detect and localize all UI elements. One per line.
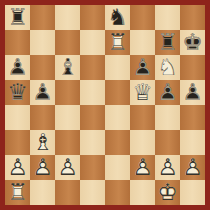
square-d6[interactable]	[80, 55, 105, 80]
square-b2[interactable]: ♟♙	[30, 155, 55, 180]
square-b8[interactable]	[30, 5, 55, 30]
black-pawn[interactable]: ♟♙	[30, 80, 55, 105]
square-c3[interactable]	[55, 130, 80, 155]
black-knight[interactable]: ♞♘	[105, 5, 130, 30]
white-rook[interactable]: ♜♖	[5, 180, 30, 205]
black-rook[interactable]: ♜♖	[5, 5, 30, 30]
square-d2[interactable]	[80, 155, 105, 180]
square-g8[interactable]	[155, 5, 180, 30]
white-pawn-outline: ♙	[30, 155, 55, 180]
black-queen[interactable]: ♛♕	[5, 80, 30, 105]
white-bishop[interactable]: ♝♗	[30, 130, 55, 155]
square-a6[interactable]: ♟♙	[5, 55, 30, 80]
square-h7[interactable]: ♚♔	[180, 30, 205, 55]
white-pawn-outline: ♙	[5, 155, 30, 180]
square-e1[interactable]	[105, 180, 130, 205]
square-b6[interactable]	[30, 55, 55, 80]
square-d4[interactable]	[80, 105, 105, 130]
square-e7[interactable]: ♜♖	[105, 30, 130, 55]
square-c7[interactable]	[55, 30, 80, 55]
square-h5[interactable]: ♟♙	[180, 80, 205, 105]
square-b7[interactable]	[30, 30, 55, 55]
white-pawn-outline: ♙	[180, 155, 205, 180]
white-pawn-outline: ♙	[130, 155, 155, 180]
square-b5[interactable]: ♟♙	[30, 80, 55, 105]
white-rook-outline: ♖	[5, 180, 30, 205]
square-g3[interactable]	[155, 130, 180, 155]
square-a4[interactable]	[5, 105, 30, 130]
black-bishop-outline: ♗	[55, 55, 80, 80]
black-pawn[interactable]: ♟♙	[155, 80, 180, 105]
white-pawn[interactable]: ♟♙	[55, 155, 80, 180]
square-a3[interactable]	[5, 130, 30, 155]
square-h4[interactable]	[180, 105, 205, 130]
black-king-outline: ♔	[180, 30, 205, 55]
square-b1[interactable]	[30, 180, 55, 205]
square-g4[interactable]	[155, 105, 180, 130]
black-pawn-outline: ♙	[5, 55, 30, 80]
square-c6[interactable]: ♝♗	[55, 55, 80, 80]
square-c8[interactable]	[55, 5, 80, 30]
square-c4[interactable]	[55, 105, 80, 130]
square-h6[interactable]	[180, 55, 205, 80]
square-f1[interactable]	[130, 180, 155, 205]
square-g1[interactable]: ♚♔	[155, 180, 180, 205]
square-c1[interactable]	[55, 180, 80, 205]
square-e8[interactable]: ♞♘	[105, 5, 130, 30]
black-rook-outline: ♖	[5, 5, 30, 30]
white-queen[interactable]: ♛♕	[130, 80, 155, 105]
square-c5[interactable]	[55, 80, 80, 105]
black-pawn-outline: ♙	[30, 80, 55, 105]
square-d5[interactable]	[80, 80, 105, 105]
square-f3[interactable]	[130, 130, 155, 155]
square-a1[interactable]: ♜♖	[5, 180, 30, 205]
square-a8[interactable]: ♜♖	[5, 5, 30, 30]
white-pawn[interactable]: ♟♙	[180, 155, 205, 180]
black-pawn[interactable]: ♟♙	[180, 80, 205, 105]
square-a2[interactable]: ♟♙	[5, 155, 30, 180]
white-pawn[interactable]: ♟♙	[30, 155, 55, 180]
black-queen-outline: ♕	[5, 80, 30, 105]
black-pawn[interactable]: ♟♙	[130, 55, 155, 80]
square-f5[interactable]: ♛♕	[130, 80, 155, 105]
chess-board-frame: ♜♖♞♘♜♖♜♖♚♔♟♙♝♗♟♙♞♘♛♕♟♙♛♕♟♙♟♙♝♗♟♙♟♙♟♙♟♙♟♙…	[0, 0, 210, 210]
white-bishop-outline: ♗	[30, 130, 55, 155]
white-pawn[interactable]: ♟♙	[5, 155, 30, 180]
square-e6[interactable]	[105, 55, 130, 80]
black-rook-outline: ♖	[155, 30, 180, 55]
black-bishop[interactable]: ♝♗	[55, 55, 80, 80]
black-knight-outline: ♘	[105, 5, 130, 30]
black-king[interactable]: ♚♔	[180, 30, 205, 55]
white-knight-outline: ♘	[155, 55, 180, 80]
square-g6[interactable]: ♞♘	[155, 55, 180, 80]
black-pawn-outline: ♙	[180, 80, 205, 105]
square-d1[interactable]	[80, 180, 105, 205]
square-d7[interactable]	[80, 30, 105, 55]
white-queen-outline: ♕	[130, 80, 155, 105]
square-c2[interactable]: ♟♙	[55, 155, 80, 180]
square-b3[interactable]: ♝♗	[30, 130, 55, 155]
square-d8[interactable]	[80, 5, 105, 30]
square-g2[interactable]: ♟♙	[155, 155, 180, 180]
black-pawn-outline: ♙	[155, 80, 180, 105]
square-e3[interactable]	[105, 130, 130, 155]
square-e2[interactable]	[105, 155, 130, 180]
square-h8[interactable]	[180, 5, 205, 30]
white-knight[interactable]: ♞♘	[155, 55, 180, 80]
square-e5[interactable]	[105, 80, 130, 105]
square-e4[interactable]	[105, 105, 130, 130]
square-h3[interactable]	[180, 130, 205, 155]
chess-board: ♜♖♞♘♜♖♜♖♚♔♟♙♝♗♟♙♞♘♛♕♟♙♛♕♟♙♟♙♝♗♟♙♟♙♟♙♟♙♟♙…	[5, 5, 205, 205]
square-g5[interactable]: ♟♙	[155, 80, 180, 105]
square-a7[interactable]	[5, 30, 30, 55]
white-rook-outline: ♖	[105, 30, 130, 55]
square-f6[interactable]: ♟♙	[130, 55, 155, 80]
square-f8[interactable]	[130, 5, 155, 30]
square-g7[interactable]: ♜♖	[155, 30, 180, 55]
white-pawn[interactable]: ♟♙	[130, 155, 155, 180]
square-a5[interactable]: ♛♕	[5, 80, 30, 105]
square-f4[interactable]	[130, 105, 155, 130]
square-b4[interactable]	[30, 105, 55, 130]
black-pawn[interactable]: ♟♙	[5, 55, 30, 80]
white-king-outline: ♔	[155, 180, 180, 205]
square-h1[interactable]	[180, 180, 205, 205]
white-pawn-outline: ♙	[55, 155, 80, 180]
white-king[interactable]: ♚♔	[155, 180, 180, 205]
square-h2[interactable]: ♟♙	[180, 155, 205, 180]
square-f2[interactable]: ♟♙	[130, 155, 155, 180]
white-rook[interactable]: ♜♖	[105, 30, 130, 55]
square-f7[interactable]	[130, 30, 155, 55]
white-pawn[interactable]: ♟♙	[155, 155, 180, 180]
white-pawn-outline: ♙	[155, 155, 180, 180]
black-pawn-outline: ♙	[130, 55, 155, 80]
black-rook[interactable]: ♜♖	[155, 30, 180, 55]
square-d3[interactable]	[80, 130, 105, 155]
